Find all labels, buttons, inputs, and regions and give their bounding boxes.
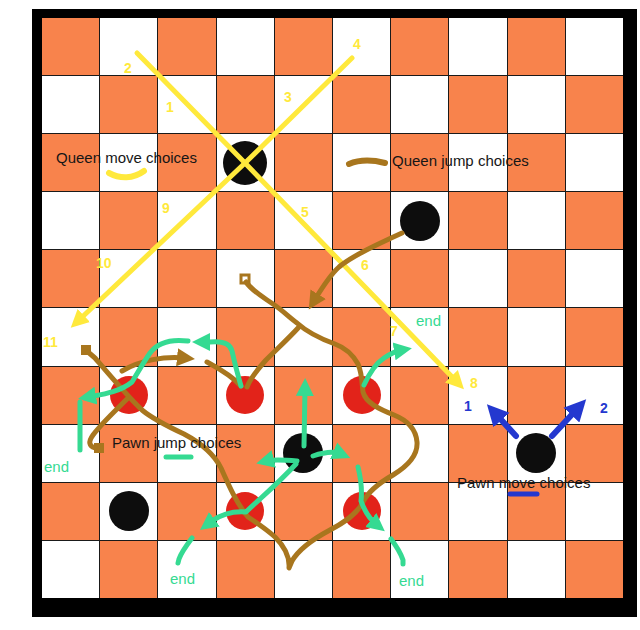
square-r6c8[interactable] xyxy=(508,367,565,424)
square-r6c6[interactable] xyxy=(391,367,448,424)
square-r2c9[interactable] xyxy=(566,134,623,191)
square-r0c8[interactable] xyxy=(508,18,565,75)
square-r4c8[interactable] xyxy=(508,250,565,307)
square-r8c4[interactable] xyxy=(275,483,332,540)
red-pawn[interactable] xyxy=(343,376,381,414)
square-r5c2[interactable] xyxy=(158,308,215,365)
square-r0c6[interactable] xyxy=(391,18,448,75)
square-r0c5[interactable] xyxy=(333,18,390,75)
square-r2c5[interactable] xyxy=(333,134,390,191)
red-pawn[interactable] xyxy=(226,492,264,530)
square-r3c2[interactable] xyxy=(158,192,215,249)
square-r4c9[interactable] xyxy=(566,250,623,307)
red-pawn[interactable] xyxy=(343,492,381,530)
square-r8c7[interactable] xyxy=(449,483,506,540)
square-r0c2[interactable] xyxy=(158,18,215,75)
square-r2c6[interactable] xyxy=(391,134,448,191)
square-r6c7[interactable] xyxy=(449,367,506,424)
black-pawn[interactable] xyxy=(283,433,323,473)
square-r2c2[interactable] xyxy=(158,134,215,191)
square-r7c6[interactable] xyxy=(391,425,448,482)
black-pawn[interactable] xyxy=(400,201,440,241)
black-pawn[interactable] xyxy=(109,491,149,531)
square-r9c4[interactable] xyxy=(275,541,332,598)
page: Queen move choices Queen jump choices Pa… xyxy=(0,0,640,630)
square-r0c9[interactable] xyxy=(566,18,623,75)
square-r9c9[interactable] xyxy=(566,541,623,598)
square-r5c9[interactable] xyxy=(566,308,623,365)
square-r9c3[interactable] xyxy=(217,541,274,598)
square-r7c1[interactable] xyxy=(100,425,157,482)
square-r4c0[interactable] xyxy=(42,250,99,307)
square-r7c9[interactable] xyxy=(566,425,623,482)
square-r5c7[interactable] xyxy=(449,308,506,365)
square-r9c0[interactable] xyxy=(42,541,99,598)
square-r7c2[interactable] xyxy=(158,425,215,482)
square-r2c1[interactable] xyxy=(100,134,157,191)
square-r3c5[interactable] xyxy=(333,192,390,249)
square-r1c0[interactable] xyxy=(42,76,99,133)
square-r3c7[interactable] xyxy=(449,192,506,249)
square-r2c8[interactable] xyxy=(508,134,565,191)
square-r4c7[interactable] xyxy=(449,250,506,307)
square-r5c5[interactable] xyxy=(333,308,390,365)
square-r3c3[interactable] xyxy=(217,192,274,249)
red-pawn[interactable] xyxy=(226,376,264,414)
square-r8c6[interactable] xyxy=(391,483,448,540)
square-r2c7[interactable] xyxy=(449,134,506,191)
square-r7c5[interactable] xyxy=(333,425,390,482)
square-r9c7[interactable] xyxy=(449,541,506,598)
square-r7c0[interactable] xyxy=(42,425,99,482)
square-r5c4[interactable] xyxy=(275,308,332,365)
square-r8c0[interactable] xyxy=(42,483,99,540)
square-r1c5[interactable] xyxy=(333,76,390,133)
square-r4c4[interactable] xyxy=(275,250,332,307)
square-r5c8[interactable] xyxy=(508,308,565,365)
square-r6c9[interactable] xyxy=(566,367,623,424)
square-r6c0[interactable] xyxy=(42,367,99,424)
square-r1c3[interactable] xyxy=(217,76,274,133)
black-queen[interactable] xyxy=(223,141,267,185)
square-r3c8[interactable] xyxy=(508,192,565,249)
square-r2c0[interactable] xyxy=(42,134,99,191)
square-r8c8[interactable] xyxy=(508,483,565,540)
square-r3c1[interactable] xyxy=(100,192,157,249)
square-r4c2[interactable] xyxy=(158,250,215,307)
square-r9c2[interactable] xyxy=(158,541,215,598)
square-r9c6[interactable] xyxy=(391,541,448,598)
square-r1c8[interactable] xyxy=(508,76,565,133)
square-r6c2[interactable] xyxy=(158,367,215,424)
black-pawn[interactable] xyxy=(516,433,556,473)
square-r9c1[interactable] xyxy=(100,541,157,598)
square-r5c3[interactable] xyxy=(217,308,274,365)
square-r0c7[interactable] xyxy=(449,18,506,75)
square-r7c7[interactable] xyxy=(449,425,506,482)
square-r7c3[interactable] xyxy=(217,425,274,482)
square-r6c4[interactable] xyxy=(275,367,332,424)
queen-jump-end-marker xyxy=(94,443,104,453)
square-r1c1[interactable] xyxy=(100,76,157,133)
square-r5c6[interactable] xyxy=(391,308,448,365)
square-r3c4[interactable] xyxy=(275,192,332,249)
square-r9c8[interactable] xyxy=(508,541,565,598)
square-r0c3[interactable] xyxy=(217,18,274,75)
square-r3c0[interactable] xyxy=(42,192,99,249)
square-r8c9[interactable] xyxy=(566,483,623,540)
square-r4c1[interactable] xyxy=(100,250,157,307)
square-r2c4[interactable] xyxy=(275,134,332,191)
queen-jump-start-marker xyxy=(240,274,251,285)
square-r8c2[interactable] xyxy=(158,483,215,540)
square-r5c0[interactable] xyxy=(42,308,99,365)
queen-jump-end-marker xyxy=(81,345,91,355)
square-r4c6[interactable] xyxy=(391,250,448,307)
square-r1c4[interactable] xyxy=(275,76,332,133)
square-r3c9[interactable] xyxy=(566,192,623,249)
square-r4c5[interactable] xyxy=(333,250,390,307)
square-r1c2[interactable] xyxy=(158,76,215,133)
square-r1c9[interactable] xyxy=(566,76,623,133)
square-r0c0[interactable] xyxy=(42,18,99,75)
red-pawn[interactable] xyxy=(110,376,148,414)
square-r1c7[interactable] xyxy=(449,76,506,133)
square-r1c6[interactable] xyxy=(391,76,448,133)
square-r0c1[interactable] xyxy=(100,18,157,75)
square-r5c1[interactable] xyxy=(100,308,157,365)
square-r9c5[interactable] xyxy=(333,541,390,598)
square-r0c4[interactable] xyxy=(275,18,332,75)
